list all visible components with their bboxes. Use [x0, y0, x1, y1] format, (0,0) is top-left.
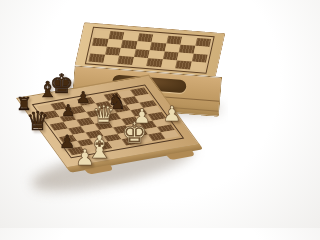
lid-square: [190, 61, 206, 70]
product-photo: ♜♝♚♟♟♛♟♞♛♟♚♟♝♟: [0, 0, 228, 228]
board-square: [161, 130, 179, 138]
box-lid-checkerboard: [85, 26, 215, 73]
board-inlay-frame: [32, 84, 184, 158]
board-squares: [37, 88, 180, 156]
